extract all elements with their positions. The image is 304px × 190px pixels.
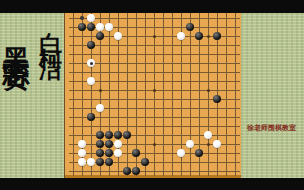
- black-stone[interactable]: [141, 158, 150, 167]
- black-label: 黑: [1, 26, 31, 29]
- white-stone[interactable]: [78, 149, 87, 158]
- star-point: [207, 35, 210, 38]
- white-stone[interactable]: [78, 158, 87, 167]
- black-stone[interactable]: [114, 131, 123, 140]
- black-stone[interactable]: [195, 149, 204, 158]
- star-point: [153, 35, 156, 38]
- side-panel: 徐老师围棋教室: [241, 13, 304, 178]
- white-stone[interactable]: [204, 131, 213, 140]
- white-stone[interactable]: [114, 140, 123, 149]
- white-stone[interactable]: [96, 104, 105, 113]
- black-stone[interactable]: [105, 149, 114, 158]
- black-stone[interactable]: [213, 95, 222, 104]
- annotation-dot: [80, 16, 84, 20]
- white-stone[interactable]: [213, 140, 222, 149]
- black-stone[interactable]: [186, 23, 195, 32]
- video-letterbox-top: [0, 0, 304, 13]
- white-stone[interactable]: [177, 149, 186, 158]
- black-stone[interactable]: [78, 23, 87, 32]
- black-stone[interactable]: [132, 149, 141, 158]
- star-point: [99, 89, 102, 92]
- white-stone[interactable]: [78, 140, 87, 149]
- white-stone[interactable]: [87, 77, 96, 86]
- black-stone[interactable]: [123, 131, 132, 140]
- video-player-bar[interactable]: [0, 178, 304, 190]
- white-stone[interactable]: [87, 158, 96, 167]
- black-stone[interactable]: [87, 113, 96, 122]
- black-player-column: 黑李志贤: [1, 26, 31, 44]
- star-point: [153, 143, 156, 146]
- white-player-column: 白柯洁: [37, 14, 63, 47]
- white-stone[interactable]: [87, 14, 96, 23]
- black-stone[interactable]: [96, 149, 105, 158]
- black-stone[interactable]: [105, 158, 114, 167]
- black-stone[interactable]: [195, 32, 204, 41]
- black-player-name: 李志贤: [1, 35, 31, 44]
- player-info-panel: 黑李志贤 白柯洁: [0, 13, 64, 178]
- white-label: 白: [38, 14, 63, 23]
- black-stone[interactable]: [87, 41, 96, 50]
- star-point: [207, 143, 210, 146]
- white-stone[interactable]: [114, 149, 123, 158]
- go-board-grid[interactable]: [69, 13, 240, 176]
- black-stone[interactable]: [123, 167, 132, 176]
- go-board[interactable]: [64, 13, 243, 178]
- black-stone[interactable]: [105, 131, 114, 140]
- white-stone[interactable]: [177, 32, 186, 41]
- white-stone[interactable]: [114, 32, 123, 41]
- black-stone[interactable]: [96, 131, 105, 140]
- last-move-marker: [90, 62, 93, 65]
- white-stone[interactable]: [105, 23, 114, 32]
- black-stone[interactable]: [87, 23, 96, 32]
- channel-watermark: 徐老师围棋教室: [247, 123, 303, 133]
- white-stone[interactable]: [186, 140, 195, 149]
- white-stone[interactable]: [87, 59, 96, 68]
- black-stone[interactable]: [213, 32, 222, 41]
- black-stone[interactable]: [132, 167, 141, 176]
- white-stone[interactable]: [96, 23, 105, 32]
- star-point: [153, 89, 156, 92]
- star-point: [207, 89, 210, 92]
- black-stone[interactable]: [96, 140, 105, 149]
- black-stone[interactable]: [105, 140, 114, 149]
- black-stone[interactable]: [96, 32, 105, 41]
- black-stone[interactable]: [96, 158, 105, 167]
- white-player-name: 柯洁: [38, 29, 63, 47]
